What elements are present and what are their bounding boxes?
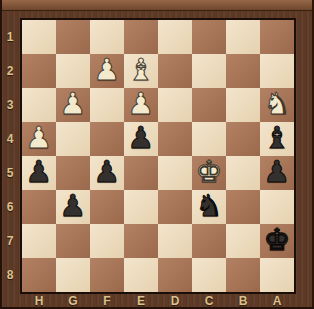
square-f2[interactable]: ♟ (90, 54, 124, 88)
square-c7[interactable] (192, 224, 226, 258)
square-e3[interactable]: ♟ (124, 88, 158, 122)
square-d7[interactable] (158, 224, 192, 258)
square-b1[interactable] (226, 20, 260, 54)
rank-label-4: 4 (0, 122, 20, 156)
square-g3[interactable]: ♟ (56, 88, 90, 122)
white-pawn[interactable]: ♟ (128, 89, 155, 119)
black-pawn[interactable]: ♟ (264, 157, 291, 187)
frame-right-edge (312, 0, 314, 309)
white-knight[interactable]: ♞ (264, 89, 291, 119)
square-e6[interactable] (124, 190, 158, 224)
square-g6[interactable]: ♟ (56, 190, 90, 224)
frame-top-bevel (0, 0, 314, 11)
square-g2[interactable] (56, 54, 90, 88)
square-h3[interactable] (22, 88, 56, 122)
square-f7[interactable] (90, 224, 124, 258)
square-g5[interactable] (56, 156, 90, 190)
square-d3[interactable] (158, 88, 192, 122)
square-c6[interactable]: ♞ (192, 190, 226, 224)
square-h4[interactable]: ♟ (22, 122, 56, 156)
square-a3[interactable]: ♞ (260, 88, 294, 122)
square-c3[interactable] (192, 88, 226, 122)
square-c1[interactable] (192, 20, 226, 54)
square-h2[interactable] (22, 54, 56, 88)
square-c4[interactable] (192, 122, 226, 156)
rank-labels: 12345678 (0, 20, 20, 292)
square-c8[interactable] (192, 258, 226, 292)
file-label-d: D (158, 292, 192, 309)
file-label-g: G (56, 292, 90, 309)
rank-label-5: 5 (0, 156, 20, 190)
white-pawn[interactable]: ♟ (94, 55, 121, 85)
black-knight[interactable]: ♞ (196, 191, 223, 221)
square-a8[interactable] (260, 258, 294, 292)
white-pawn[interactable]: ♟ (26, 123, 53, 153)
black-pawn[interactable]: ♟ (60, 191, 87, 221)
square-a5[interactable]: ♟ (260, 156, 294, 190)
white-king[interactable]: ♚ (196, 157, 223, 187)
square-b3[interactable] (226, 88, 260, 122)
file-label-a: A (260, 292, 294, 309)
rank-label-2: 2 (0, 54, 20, 88)
square-a2[interactable] (260, 54, 294, 88)
square-h5[interactable]: ♟ (22, 156, 56, 190)
square-e7[interactable] (124, 224, 158, 258)
square-d4[interactable] (158, 122, 192, 156)
square-b5[interactable] (226, 156, 260, 190)
square-h1[interactable] (22, 20, 56, 54)
square-a4[interactable]: ♝ (260, 122, 294, 156)
chessboard-widget: 12345678 ♟♝♟♟♞♟♟♝♟♟♚♟♟♞♚ HGFEDCBA (0, 0, 314, 309)
rank-label-6: 6 (0, 190, 20, 224)
black-pawn[interactable]: ♟ (26, 157, 53, 187)
white-bishop[interactable]: ♝ (128, 55, 155, 85)
square-b7[interactable] (226, 224, 260, 258)
square-e2[interactable]: ♝ (124, 54, 158, 88)
square-e8[interactable] (124, 258, 158, 292)
square-f5[interactable]: ♟ (90, 156, 124, 190)
black-king[interactable]: ♚ (264, 225, 291, 255)
square-h8[interactable] (22, 258, 56, 292)
square-e5[interactable] (124, 156, 158, 190)
white-pawn[interactable]: ♟ (60, 89, 87, 119)
square-d5[interactable] (158, 156, 192, 190)
square-a1[interactable] (260, 20, 294, 54)
black-pawn[interactable]: ♟ (94, 157, 121, 187)
square-f1[interactable] (90, 20, 124, 54)
file-label-b: B (226, 292, 260, 309)
square-e1[interactable] (124, 20, 158, 54)
rank-label-1: 1 (0, 20, 20, 54)
square-g1[interactable] (56, 20, 90, 54)
square-b4[interactable] (226, 122, 260, 156)
rank-label-8: 8 (0, 258, 20, 292)
rank-label-7: 7 (0, 224, 20, 258)
file-label-h: H (22, 292, 56, 309)
square-d2[interactable] (158, 54, 192, 88)
square-e4[interactable]: ♟ (124, 122, 158, 156)
square-f6[interactable] (90, 190, 124, 224)
square-b6[interactable] (226, 190, 260, 224)
square-f3[interactable] (90, 88, 124, 122)
square-d1[interactable] (158, 20, 192, 54)
file-label-c: C (192, 292, 226, 309)
square-f8[interactable] (90, 258, 124, 292)
square-g4[interactable] (56, 122, 90, 156)
square-b8[interactable] (226, 258, 260, 292)
file-label-f: F (90, 292, 124, 309)
file-label-e: E (124, 292, 158, 309)
file-labels: HGFEDCBA (22, 292, 294, 309)
square-c2[interactable] (192, 54, 226, 88)
rank-label-3: 3 (0, 88, 20, 122)
square-a6[interactable] (260, 190, 294, 224)
square-g7[interactable] (56, 224, 90, 258)
square-f4[interactable] (90, 122, 124, 156)
chess-board: ♟♝♟♟♞♟♟♝♟♟♚♟♟♞♚ (20, 18, 296, 294)
square-a7[interactable]: ♚ (260, 224, 294, 258)
square-d8[interactable] (158, 258, 192, 292)
square-g8[interactable] (56, 258, 90, 292)
square-c5[interactable]: ♚ (192, 156, 226, 190)
black-bishop[interactable]: ♝ (264, 123, 291, 153)
black-pawn[interactable]: ♟ (128, 123, 155, 153)
square-d6[interactable] (158, 190, 192, 224)
square-b2[interactable] (226, 54, 260, 88)
square-h7[interactable] (22, 224, 56, 258)
square-h6[interactable] (22, 190, 56, 224)
